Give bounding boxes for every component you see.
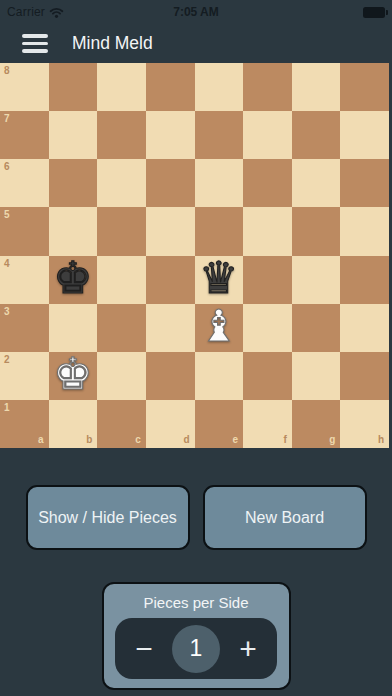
square-g2[interactable] (292, 352, 341, 400)
square-a3[interactable]: 3 (0, 304, 49, 352)
rank-label-1: 1 (4, 403, 10, 413)
square-f7[interactable] (243, 111, 292, 159)
square-d3[interactable] (146, 304, 195, 352)
square-c2[interactable] (97, 352, 146, 400)
square-c3[interactable] (97, 304, 146, 352)
square-a1[interactable]: 1a (0, 400, 49, 448)
square-a8[interactable]: 8 (0, 63, 49, 111)
rank-label-2: 2 (4, 355, 10, 365)
piece-black-queen: ♛ (199, 256, 238, 300)
square-g3[interactable] (292, 304, 341, 352)
square-e3[interactable]: ♝ (195, 304, 244, 352)
increment-button[interactable]: + (234, 634, 262, 664)
rank-label-4: 4 (4, 259, 10, 269)
square-h3[interactable] (340, 304, 389, 352)
square-d8[interactable] (146, 63, 195, 111)
square-a2[interactable]: 2 (0, 352, 49, 400)
square-h7[interactable] (340, 111, 389, 159)
square-b6[interactable] (49, 159, 98, 207)
rank-label-5: 5 (4, 210, 10, 220)
square-c4[interactable] (97, 256, 146, 304)
square-d4[interactable] (146, 256, 195, 304)
file-label-h: h (378, 435, 384, 445)
battery-icon (363, 7, 385, 18)
square-f2[interactable] (243, 352, 292, 400)
square-e7[interactable] (195, 111, 244, 159)
square-e8[interactable] (195, 63, 244, 111)
square-g6[interactable] (292, 159, 341, 207)
piece-black-king: ♚ (53, 256, 92, 300)
file-label-g: g (329, 435, 335, 445)
page-title: Mind Meld (72, 33, 153, 54)
file-label-d: d (183, 435, 189, 445)
square-h2[interactable] (340, 352, 389, 400)
pieces-per-side-panel: Pieces per Side − 1 + (102, 582, 291, 690)
square-d2[interactable] (146, 352, 195, 400)
square-b7[interactable] (49, 111, 98, 159)
square-g5[interactable] (292, 207, 341, 255)
file-label-c: c (135, 435, 141, 445)
square-a6[interactable]: 6 (0, 159, 49, 207)
square-d7[interactable] (146, 111, 195, 159)
square-c1[interactable]: c (97, 400, 146, 448)
square-b2[interactable]: ♚ (49, 352, 98, 400)
hamburger-icon (22, 34, 48, 38)
square-b3[interactable] (49, 304, 98, 352)
square-g7[interactable] (292, 111, 341, 159)
decrement-button[interactable]: − (130, 634, 158, 664)
menu-button[interactable] (22, 32, 48, 55)
square-g4[interactable] (292, 256, 341, 304)
rank-label-7: 7 (4, 114, 10, 124)
rank-label-8: 8 (4, 66, 10, 76)
piece-white-bishop: ♝ (199, 304, 238, 348)
square-f8[interactable] (243, 63, 292, 111)
square-g1[interactable]: g (292, 400, 341, 448)
pieces-per-side-title: Pieces per Side (143, 594, 248, 611)
square-h1[interactable]: h (340, 400, 389, 448)
file-label-e: e (233, 435, 239, 445)
file-label-a: a (38, 435, 44, 445)
rank-label-3: 3 (4, 307, 10, 317)
piece-white-king: ♚ (53, 352, 92, 396)
square-h5[interactable] (340, 207, 389, 255)
square-e5[interactable] (195, 207, 244, 255)
square-h8[interactable] (340, 63, 389, 111)
square-h4[interactable] (340, 256, 389, 304)
square-f4[interactable] (243, 256, 292, 304)
square-c7[interactable] (97, 111, 146, 159)
square-e2[interactable] (195, 352, 244, 400)
square-c8[interactable] (97, 63, 146, 111)
pieces-count-value: 1 (190, 635, 203, 662)
square-a4[interactable]: 4 (0, 256, 49, 304)
square-b4[interactable]: ♚ (49, 256, 98, 304)
file-label-b: b (86, 435, 92, 445)
file-label-f: f (283, 435, 286, 445)
square-e4[interactable]: ♛ (195, 256, 244, 304)
square-e6[interactable] (195, 159, 244, 207)
square-f5[interactable] (243, 207, 292, 255)
square-b8[interactable] (49, 63, 98, 111)
pieces-count-badge: 1 (172, 625, 220, 673)
square-b5[interactable] (49, 207, 98, 255)
square-e1[interactable]: e (195, 400, 244, 448)
button-row: Show / Hide Pieces New Board (0, 485, 392, 550)
chess-board: 87654♚♛3♝2♚1abcdefgh (0, 63, 389, 448)
carrier-label: Carrier (7, 5, 45, 19)
square-a5[interactable]: 5 (0, 207, 49, 255)
show-hide-pieces-button[interactable]: Show / Hide Pieces (26, 485, 190, 550)
square-f1[interactable]: f (243, 400, 292, 448)
rank-label-6: 6 (4, 162, 10, 172)
square-c6[interactable] (97, 159, 146, 207)
status-bar: Carrier 7:05 AM (0, 0, 392, 24)
clock-label: 7:05 AM (173, 5, 219, 19)
square-f6[interactable] (243, 159, 292, 207)
square-f3[interactable] (243, 304, 292, 352)
new-board-button[interactable]: New Board (203, 485, 367, 550)
square-b1[interactable]: b (49, 400, 98, 448)
wifi-icon (49, 7, 64, 18)
square-c5[interactable] (97, 207, 146, 255)
square-d6[interactable] (146, 159, 195, 207)
square-d5[interactable] (146, 207, 195, 255)
pieces-per-side-stepper: − 1 + (115, 618, 277, 679)
square-h6[interactable] (340, 159, 389, 207)
square-d1[interactable]: d (146, 400, 195, 448)
nav-bar: Mind Meld (0, 24, 392, 63)
square-g8[interactable] (292, 63, 341, 111)
square-a7[interactable]: 7 (0, 111, 49, 159)
